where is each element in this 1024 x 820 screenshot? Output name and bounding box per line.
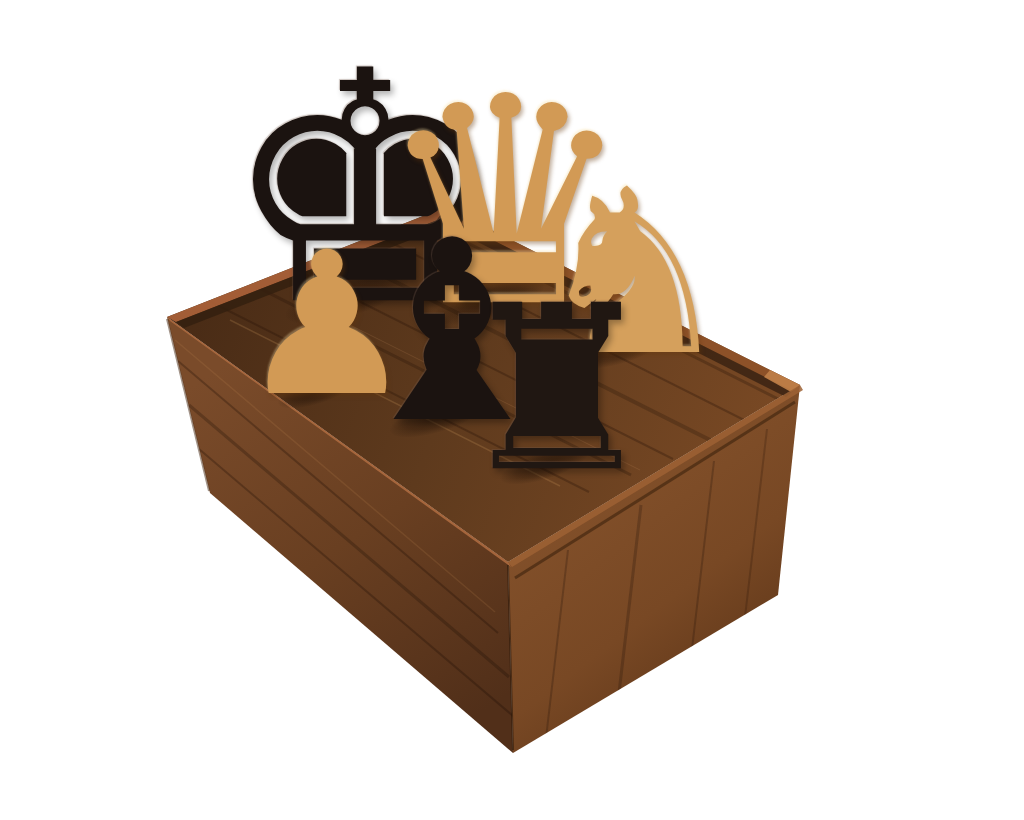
wooden-box: [0, 0, 1024, 820]
photo-stage: ♚♛♞♟♝♜: [0, 0, 1024, 820]
